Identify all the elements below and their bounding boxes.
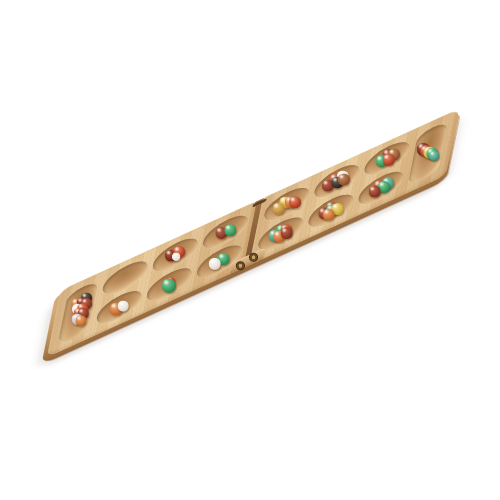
product-photo (0, 0, 500, 500)
stone-green[interactable] (162, 279, 176, 293)
stone-red[interactable] (289, 196, 301, 208)
stone-brown[interactable] (338, 173, 350, 185)
stone-maroon[interactable] (369, 186, 381, 198)
mancala-board (47, 108, 460, 357)
left-store-stones (57, 280, 98, 346)
stone-maroon[interactable] (281, 227, 293, 239)
right-pit-grid (256, 136, 412, 256)
stone-green[interactable] (224, 224, 236, 236)
stone-orange[interactable] (75, 315, 86, 326)
left-pit-grid (94, 209, 250, 329)
stone-white[interactable] (209, 258, 221, 270)
hinge-screw (236, 261, 245, 270)
stone-amber[interactable] (272, 203, 284, 215)
stone-red[interactable] (383, 154, 395, 166)
stone-teal[interactable] (429, 151, 439, 161)
stone-white[interactable] (118, 300, 129, 311)
stone-white[interactable] (172, 252, 181, 261)
stone-orange[interactable] (323, 209, 335, 221)
left-store[interactable] (57, 280, 98, 346)
hinge-screw (249, 253, 258, 262)
